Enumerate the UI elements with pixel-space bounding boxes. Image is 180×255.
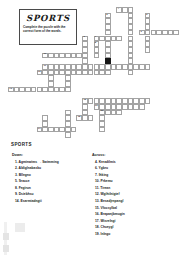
down-clues-column: Down: 1. Agminwims → Swimming2. Aldiglna… bbox=[12, 153, 90, 206]
clue-number-label: 15 bbox=[83, 99, 86, 102]
worksheet-page: SPORTS Complete the puzzle with the corr… bbox=[0, 0, 180, 255]
clue-item: 6. Ygbru bbox=[95, 166, 178, 170]
grid-cell[interactable] bbox=[145, 64, 151, 70]
clue-item: 2. Aldiglnabasku bbox=[15, 166, 90, 170]
clue-item: 10. Prkemu bbox=[95, 179, 178, 183]
footer-square-mark bbox=[3, 233, 9, 240]
faint-footer-mark bbox=[15, 223, 25, 232]
clue-number-label: 5 bbox=[83, 36, 84, 39]
black-cell bbox=[105, 58, 111, 64]
footer-square-mark bbox=[3, 245, 9, 252]
clue-item: 18. Chceygl bbox=[95, 225, 178, 229]
grid-cell[interactable] bbox=[116, 36, 122, 42]
across-clues-list: 4. Kreadtlmis6. Ygbru7. Ihking10. Prkemu… bbox=[92, 160, 178, 237]
clue-item: 11. Tirean bbox=[95, 186, 178, 190]
clue-number-label: 10 bbox=[43, 53, 46, 56]
clue-item: 13. Besadjrnpangl bbox=[95, 199, 178, 203]
clue-number-label: 8 bbox=[95, 42, 96, 45]
grid-cell[interactable] bbox=[111, 110, 117, 116]
down-clues-list: 1. Agminwims → Swimming2. Aldiglnabasku3… bbox=[12, 160, 90, 204]
clue-number-label: 18 bbox=[78, 116, 81, 119]
grid-cell[interactable] bbox=[145, 98, 151, 104]
grid-cell[interactable] bbox=[71, 127, 77, 133]
grid-cell[interactable] bbox=[139, 104, 145, 110]
clue-item: 16. Brapanjbmugin bbox=[95, 212, 178, 216]
clue-number-label: 4 bbox=[118, 8, 119, 11]
grid-cell[interactable] bbox=[173, 30, 179, 36]
clue-number-label: 11 bbox=[43, 65, 46, 68]
grid-cell[interactable] bbox=[128, 70, 134, 76]
grid-cell[interactable] bbox=[116, 110, 122, 116]
title-box: SPORTS Complete the puzzle with the corr… bbox=[19, 9, 77, 45]
page-title: SPORTS bbox=[20, 13, 76, 23]
clue-item: 7. Ihking bbox=[95, 173, 178, 177]
grid-cell[interactable] bbox=[65, 132, 71, 138]
clue-number-label: 16 bbox=[95, 105, 98, 108]
clue-item: 5. Sracce bbox=[15, 179, 90, 183]
down-label: Down: bbox=[12, 153, 90, 157]
clue-item: 9. Dsiebhsu bbox=[15, 192, 90, 196]
grid-cell[interactable] bbox=[94, 53, 100, 59]
instructions-text: Complete the puzzle with the correct for… bbox=[20, 23, 76, 33]
clue-number-label: 2 bbox=[106, 14, 107, 17]
clue-number-label: 19 bbox=[100, 110, 103, 113]
across-clues-column: Across: 4. Kreadtlmis6. Ygbru7. Ihking10… bbox=[92, 153, 178, 239]
clue-number-label: 17 bbox=[38, 128, 41, 131]
clue-number-label: 7 bbox=[95, 36, 96, 39]
clue-item: 12. Wgihtlnigtef bbox=[95, 192, 178, 196]
grid-cell[interactable] bbox=[145, 47, 151, 53]
grid-cell[interactable] bbox=[128, 7, 134, 13]
across-label: Across: bbox=[92, 153, 178, 157]
clue-item: 17. Wtsrelngi bbox=[95, 219, 178, 223]
grid-cell[interactable] bbox=[105, 70, 111, 76]
clue-item: 3. Bllegno bbox=[15, 173, 90, 177]
grid-cell[interactable] bbox=[88, 115, 94, 121]
clue-item: 15. Vfocsylbal bbox=[95, 206, 178, 210]
clue-item: 4. Kreadtlmis bbox=[95, 160, 178, 164]
clue-number-label: 13 bbox=[9, 88, 12, 91]
clue-item: 14. Esarmtadngti bbox=[15, 199, 90, 203]
clue-number-label: 12 bbox=[38, 71, 41, 74]
clue-number-label: 6 bbox=[140, 31, 141, 34]
clue-item: 19. Inlngo bbox=[95, 232, 178, 236]
clue-item: 1. Agminwims → Swimming bbox=[15, 160, 90, 164]
grid-cell[interactable] bbox=[99, 127, 105, 133]
clues-section-heading: SPORTS bbox=[11, 142, 32, 147]
clue-number-label: 3 bbox=[146, 14, 147, 17]
grid-cell[interactable] bbox=[82, 53, 88, 59]
clue-item: 8. Fegirun bbox=[15, 186, 90, 190]
grid-cell[interactable] bbox=[65, 87, 71, 93]
